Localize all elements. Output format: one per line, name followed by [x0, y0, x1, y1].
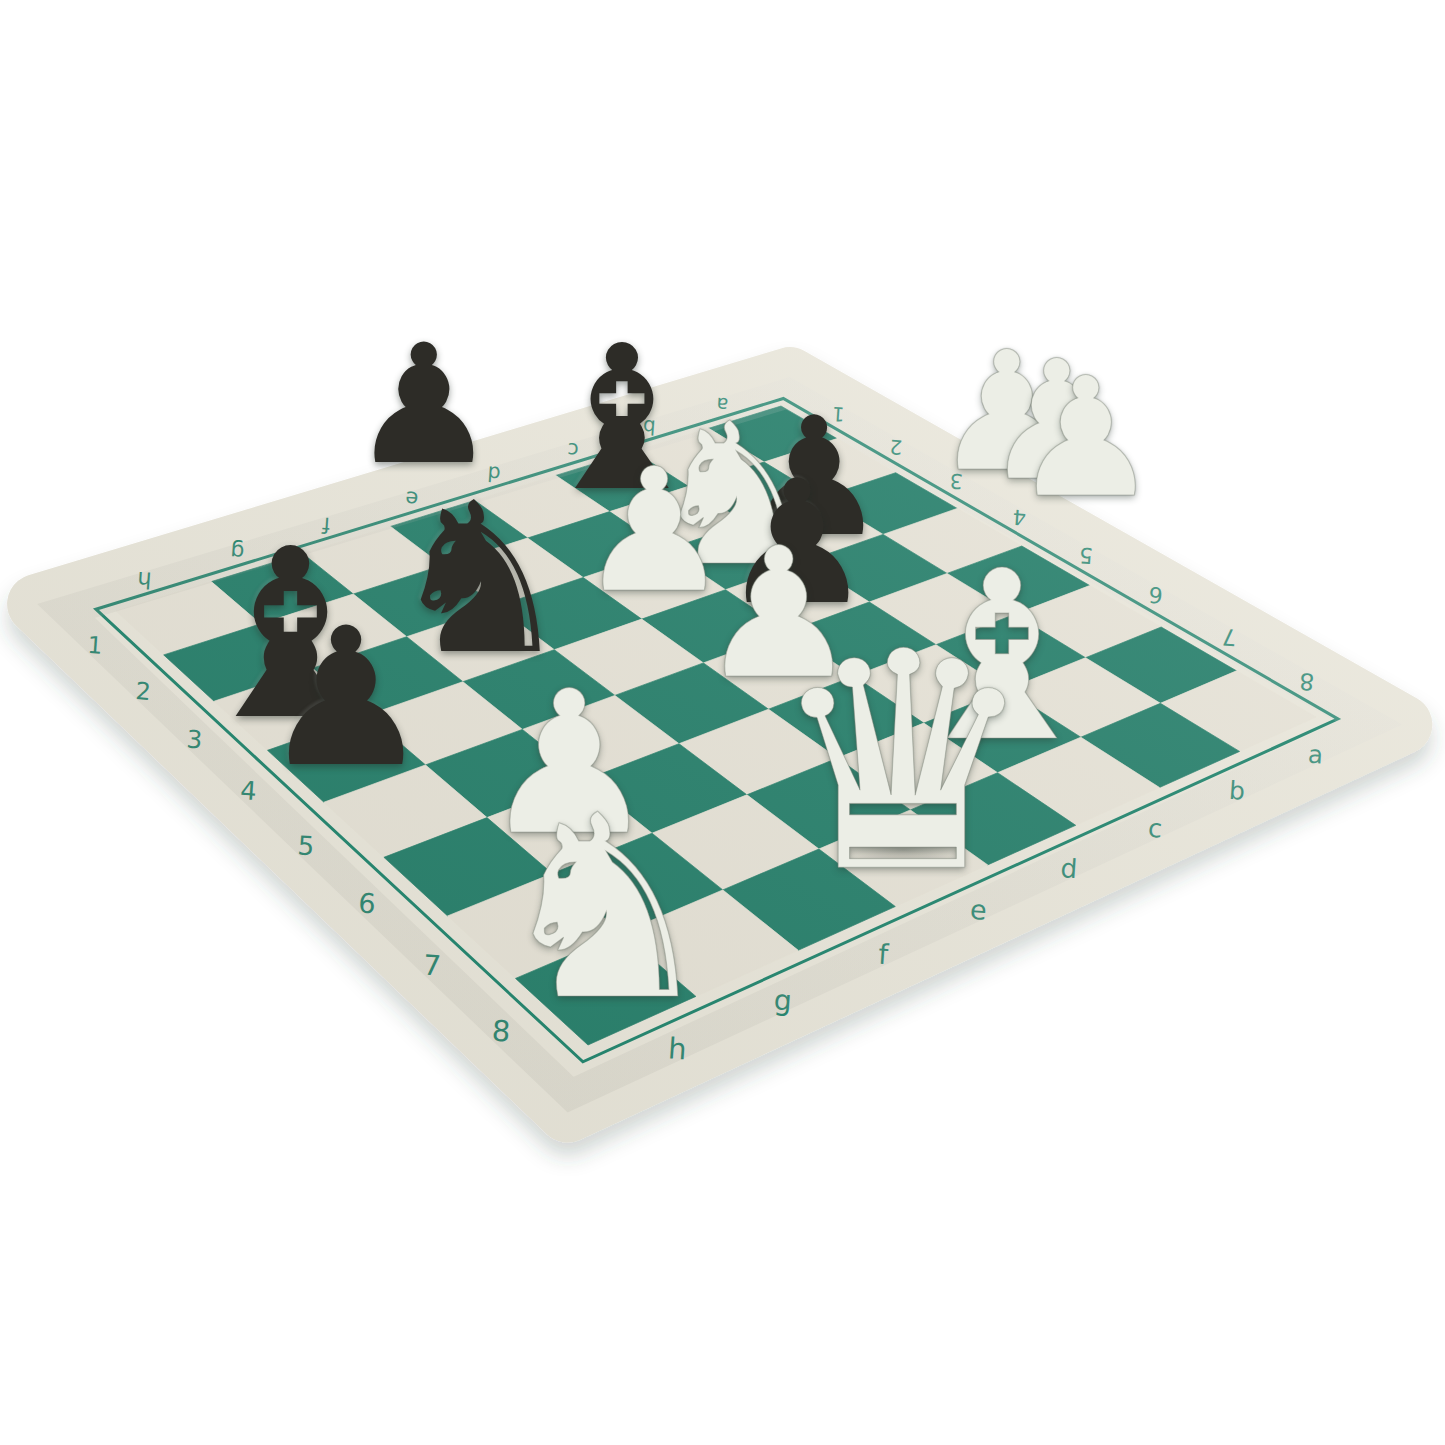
rank-label-5-far: 5: [1078, 543, 1093, 569]
file-label-a-near: a: [1307, 740, 1324, 770]
file-label-d-near: d: [1060, 853, 1079, 884]
file-label-h-near: h: [667, 1031, 688, 1066]
rank-label-1-far: 1: [831, 402, 845, 426]
file-label-e-near: e: [969, 894, 988, 926]
rank-label-3-far: 3: [949, 469, 964, 494]
file-label-e-far: e: [404, 486, 419, 511]
rank-label-2-near: 2: [135, 677, 152, 706]
rank-label-8-near: 8: [491, 1014, 512, 1049]
file-label-b-near: b: [1228, 776, 1246, 806]
rank-label-4-near: 4: [239, 775, 257, 806]
rank-label-1-near: 1: [87, 631, 104, 660]
rank-label-3-near: 3: [186, 725, 204, 755]
file-label-c-far: c: [567, 438, 580, 463]
file-label-d-far: d: [487, 461, 502, 486]
file-label-b-far: b: [642, 415, 656, 439]
rank-label-7-near: 7: [422, 949, 442, 983]
product-photo-page: aabbccddeeffgghh1122334455667788 ♝♟♞♟♞♝♟…: [0, 0, 1445, 1445]
file-label-h-far: h: [136, 567, 152, 594]
rank-label-6-far: 6: [1148, 582, 1164, 609]
file-label-g-far: g: [229, 539, 245, 565]
rank-label-6-near: 6: [357, 887, 376, 919]
rank-label-8-far: 8: [1298, 668, 1315, 696]
file-label-c-near: c: [1147, 813, 1163, 844]
chessboard: aabbccddeeffgghh1122334455667788: [0, 0, 1445, 1445]
rank-label-5-near: 5: [297, 830, 316, 861]
rank-label-7-far: 7: [1221, 624, 1237, 651]
file-label-g-near: g: [773, 984, 793, 1018]
rank-label-2-far: 2: [889, 435, 903, 460]
rank-label-4-far: 4: [1012, 505, 1027, 530]
file-label-a-far: a: [716, 393, 730, 417]
